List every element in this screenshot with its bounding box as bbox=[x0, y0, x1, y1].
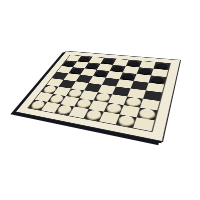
board-grid: ●●●●●●●●●●●●●●●●●●●●●●●● bbox=[28, 55, 170, 131]
board-frame: ●●●●●●●●●●●●●●●●●●●●●●●● bbox=[27, 55, 171, 132]
checkers-board: ●●●●●●●●●●●●●●●●●●●●●●●● bbox=[15, 51, 181, 142]
board-perspective-wrapper: ●●●●●●●●●●●●●●●●●●●●●●●● bbox=[15, 51, 181, 142]
product-photo: ●●●●●●●●●●●●●●●●●●●●●●●● bbox=[0, 0, 200, 200]
square-r8c8 bbox=[133, 117, 154, 131]
